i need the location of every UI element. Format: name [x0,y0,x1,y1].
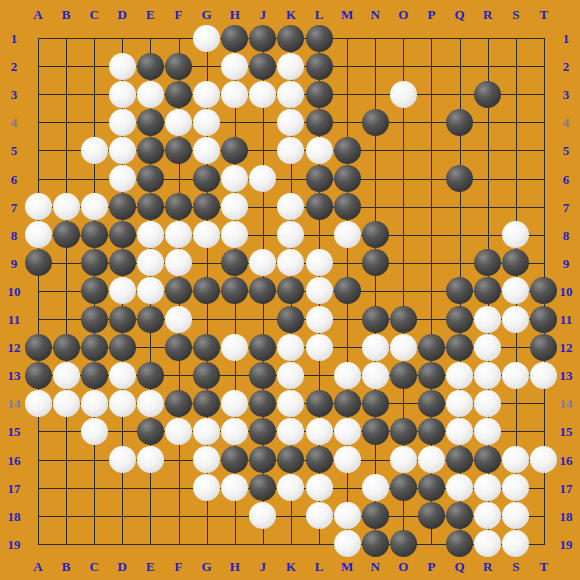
white-stone-R18 [474,502,501,529]
black-stone-G7 [193,193,220,220]
column-label-top: Q [455,8,465,21]
white-stone-D6 [109,165,136,192]
column-label-bottom: Q [455,560,465,573]
white-stone-R12 [474,334,501,361]
white-stone-L11 [306,306,333,333]
black-stone-E6 [137,165,164,192]
white-stone-R19 [474,530,501,557]
black-stone-M10 [334,277,361,304]
black-stone-E7 [137,193,164,220]
white-stone-T16 [530,446,557,473]
black-stone-E11 [137,306,164,333]
black-stone-E2 [137,53,164,80]
black-stone-P17 [418,474,445,501]
black-stone-C12 [81,334,108,361]
white-stone-E3 [137,81,164,108]
white-stone-H6 [221,165,248,192]
black-stone-E13 [137,362,164,389]
black-stone-P18 [418,502,445,529]
column-label-top: A [33,8,42,21]
white-stone-F11 [165,306,192,333]
white-stone-S10 [502,277,529,304]
column-label-bottom: L [315,560,324,573]
white-stone-H8 [221,221,248,248]
black-stone-C13 [81,362,108,389]
column-label-top: M [341,8,353,21]
black-stone-R3 [474,81,501,108]
black-stone-C8 [81,221,108,248]
white-stone-B7 [53,193,80,220]
white-stone-E9 [137,249,164,276]
white-stone-M18 [334,502,361,529]
go-app-window: AABBCCDDEEFFGGHHJJKKLLMMNNOOPPQQRRSSTT11… [0,0,580,580]
white-stone-F4 [165,109,192,136]
column-label-bottom: S [512,560,519,573]
white-stone-S19 [502,530,529,557]
white-stone-K17 [277,474,304,501]
column-label-bottom: J [260,560,267,573]
black-stone-O11 [390,306,417,333]
black-stone-J12 [249,334,276,361]
black-stone-F14 [165,390,192,417]
white-stone-Q17 [446,474,473,501]
black-stone-L1 [306,25,333,52]
white-stone-G17 [193,474,220,501]
white-stone-J3 [249,81,276,108]
black-stone-B12 [53,334,80,361]
white-stone-G15 [193,418,220,445]
column-label-bottom: F [175,560,183,573]
black-stone-E4 [137,109,164,136]
white-stone-G1 [193,25,220,52]
black-stone-J10 [249,277,276,304]
column-label-top: L [315,8,324,21]
column-label-bottom: P [427,560,435,573]
black-stone-K10 [277,277,304,304]
white-stone-F15 [165,418,192,445]
black-stone-D7 [109,193,136,220]
black-stone-L6 [306,165,333,192]
white-stone-L18 [306,502,333,529]
black-stone-R9 [474,249,501,276]
black-stone-H10 [221,277,248,304]
column-label-top: T [540,8,549,21]
black-stone-E15 [137,418,164,445]
white-stone-M15 [334,418,361,445]
white-stone-T13 [530,362,557,389]
black-stone-N4 [362,109,389,136]
black-stone-H1 [221,25,248,52]
row-label-left: 16 [8,453,21,466]
white-stone-L17 [306,474,333,501]
black-stone-O13 [390,362,417,389]
white-stone-B13 [53,362,80,389]
row-label-left: 19 [8,537,21,550]
white-stone-D4 [109,109,136,136]
black-stone-D12 [109,334,136,361]
white-stone-H14 [221,390,248,417]
black-stone-J16 [249,446,276,473]
column-label-top: F [175,8,183,21]
white-stone-G3 [193,81,220,108]
black-stone-Q4 [446,109,473,136]
row-label-left: 2 [11,60,18,73]
black-stone-N14 [362,390,389,417]
black-stone-M14 [334,390,361,417]
white-stone-E16 [137,446,164,473]
row-label-left: 14 [8,397,21,410]
row-label-right: 7 [563,200,570,213]
column-label-top: D [118,8,127,21]
white-stone-G4 [193,109,220,136]
black-stone-M6 [334,165,361,192]
white-stone-L15 [306,418,333,445]
black-stone-J13 [249,362,276,389]
black-stone-J14 [249,390,276,417]
row-label-left: 8 [11,228,18,241]
black-stone-G14 [193,390,220,417]
white-stone-O3 [390,81,417,108]
white-stone-S17 [502,474,529,501]
row-label-left: 3 [11,88,18,101]
row-label-left: 12 [8,341,21,354]
black-stone-Q19 [446,530,473,557]
white-stone-K2 [277,53,304,80]
white-stone-F9 [165,249,192,276]
column-label-top: E [146,8,155,21]
row-label-right: 12 [560,341,573,354]
column-label-top: H [230,8,240,21]
black-stone-J2 [249,53,276,80]
black-stone-Q10 [446,277,473,304]
black-stone-O15 [390,418,417,445]
black-stone-K11 [277,306,304,333]
row-label-left: 4 [11,116,18,129]
row-label-left: 10 [8,284,21,297]
black-stone-R10 [474,277,501,304]
white-stone-S8 [502,221,529,248]
white-stone-R14 [474,390,501,417]
white-stone-C5 [81,137,108,164]
black-stone-F10 [165,277,192,304]
go-board[interactable]: AABBCCDDEEFFGGHHJJKKLLMMNNOOPPQQRRSSTT11… [0,0,580,580]
row-label-right: 18 [560,509,573,522]
row-label-left: 5 [11,144,18,157]
black-stone-L4 [306,109,333,136]
row-label-right: 5 [563,144,570,157]
black-stone-Q6 [446,165,473,192]
row-label-left: 18 [8,509,21,522]
white-stone-K3 [277,81,304,108]
white-stone-H3 [221,81,248,108]
white-stone-J6 [249,165,276,192]
white-stone-E10 [137,277,164,304]
white-stone-R13 [474,362,501,389]
black-stone-G6 [193,165,220,192]
white-stone-A8 [25,221,52,248]
white-stone-Q14 [446,390,473,417]
column-label-top: S [512,8,519,21]
black-stone-A9 [25,249,52,276]
black-stone-Q18 [446,502,473,529]
white-stone-N17 [362,474,389,501]
white-stone-A14 [25,390,52,417]
white-stone-K15 [277,418,304,445]
column-label-top: P [427,8,435,21]
white-stone-Q15 [446,418,473,445]
white-stone-A7 [25,193,52,220]
column-label-bottom: A [33,560,42,573]
black-stone-N18 [362,502,389,529]
white-stone-M8 [334,221,361,248]
white-stone-L5 [306,137,333,164]
white-stone-S18 [502,502,529,529]
row-label-right: 2 [563,60,570,73]
white-stone-S13 [502,362,529,389]
white-stone-K9 [277,249,304,276]
black-stone-F12 [165,334,192,361]
white-stone-J9 [249,249,276,276]
white-stone-L9 [306,249,333,276]
black-stone-H16 [221,446,248,473]
column-label-bottom: D [118,560,127,573]
column-label-top: K [286,8,296,21]
black-stone-L2 [306,53,333,80]
white-stone-H2 [221,53,248,80]
column-label-bottom: O [398,560,408,573]
row-label-left: 15 [8,425,21,438]
black-stone-F2 [165,53,192,80]
black-stone-L16 [306,446,333,473]
white-stone-O16 [390,446,417,473]
black-stone-O19 [390,530,417,557]
row-label-right: 13 [560,369,573,382]
column-label-bottom: E [146,560,155,573]
column-label-top: C [90,8,99,21]
black-stone-K16 [277,446,304,473]
white-stone-E8 [137,221,164,248]
black-stone-S9 [502,249,529,276]
black-stone-N8 [362,221,389,248]
black-stone-P14 [418,390,445,417]
black-stone-P12 [418,334,445,361]
white-stone-H12 [221,334,248,361]
black-stone-P15 [418,418,445,445]
white-stone-G8 [193,221,220,248]
black-stone-D8 [109,221,136,248]
black-stone-F5 [165,137,192,164]
black-stone-B8 [53,221,80,248]
white-stone-D13 [109,362,136,389]
column-label-bottom: G [202,560,212,573]
black-stone-G10 [193,277,220,304]
white-stone-D16 [109,446,136,473]
row-label-left: 1 [11,32,18,45]
white-stone-K5 [277,137,304,164]
black-stone-G13 [193,362,220,389]
column-label-top: J [260,8,267,21]
row-label-right: 4 [563,116,570,129]
black-stone-D9 [109,249,136,276]
white-stone-R15 [474,418,501,445]
white-stone-K12 [277,334,304,361]
black-stone-L7 [306,193,333,220]
white-stone-H15 [221,418,248,445]
white-stone-B14 [53,390,80,417]
white-stone-D2 [109,53,136,80]
black-stone-N9 [362,249,389,276]
white-stone-C15 [81,418,108,445]
black-stone-N19 [362,530,389,557]
row-label-right: 3 [563,88,570,101]
white-stone-L10 [306,277,333,304]
black-stone-J17 [249,474,276,501]
row-label-right: 6 [563,172,570,185]
white-stone-L12 [306,334,333,361]
black-stone-H9 [221,249,248,276]
black-stone-Q12 [446,334,473,361]
column-label-bottom: R [483,560,492,573]
row-label-right: 11 [560,313,572,326]
white-stone-R11 [474,306,501,333]
black-stone-L3 [306,81,333,108]
black-stone-J1 [249,25,276,52]
black-stone-A12 [25,334,52,361]
column-label-bottom: K [286,560,296,573]
black-stone-M7 [334,193,361,220]
white-stone-K7 [277,193,304,220]
black-stone-M5 [334,137,361,164]
white-stone-O12 [390,334,417,361]
column-label-top: B [62,8,71,21]
column-label-bottom: C [90,560,99,573]
black-stone-C10 [81,277,108,304]
white-stone-K8 [277,221,304,248]
black-stone-K1 [277,25,304,52]
white-stone-K4 [277,109,304,136]
white-stone-P16 [418,446,445,473]
column-label-top: O [398,8,408,21]
row-label-left: 7 [11,200,18,213]
white-stone-D14 [109,390,136,417]
row-label-left: 13 [8,369,21,382]
black-stone-T11 [530,306,557,333]
black-stone-Q11 [446,306,473,333]
black-stone-A13 [25,362,52,389]
black-stone-P13 [418,362,445,389]
column-label-top: N [371,8,380,21]
black-stone-R16 [474,446,501,473]
white-stone-H7 [221,193,248,220]
black-stone-N15 [362,418,389,445]
row-label-right: 1 [563,32,570,45]
white-stone-D3 [109,81,136,108]
white-stone-F8 [165,221,192,248]
column-label-bottom: B [62,560,71,573]
white-stone-C7 [81,193,108,220]
white-stone-G16 [193,446,220,473]
column-label-bottom: M [341,560,353,573]
white-stone-R17 [474,474,501,501]
white-stone-Q13 [446,362,473,389]
black-stone-D11 [109,306,136,333]
white-stone-N12 [362,334,389,361]
black-stone-T10 [530,277,557,304]
white-stone-S11 [502,306,529,333]
white-stone-S16 [502,446,529,473]
black-stone-L14 [306,390,333,417]
row-label-right: 19 [560,537,573,550]
column-label-bottom: T [540,560,549,573]
white-stone-M13 [334,362,361,389]
white-stone-K13 [277,362,304,389]
black-stone-F7 [165,193,192,220]
column-label-top: R [483,8,492,21]
black-stone-N11 [362,306,389,333]
white-stone-D10 [109,277,136,304]
black-stone-E5 [137,137,164,164]
row-label-left: 6 [11,172,18,185]
white-stone-E14 [137,390,164,417]
row-label-left: 9 [11,256,18,269]
column-label-top: G [202,8,212,21]
black-stone-O17 [390,474,417,501]
row-label-right: 8 [563,228,570,241]
white-stone-M19 [334,530,361,557]
row-label-right: 9 [563,256,570,269]
white-stone-K14 [277,390,304,417]
black-stone-G12 [193,334,220,361]
black-stone-J15 [249,418,276,445]
black-stone-F3 [165,81,192,108]
black-stone-C9 [81,249,108,276]
black-stone-C11 [81,306,108,333]
black-stone-H5 [221,137,248,164]
row-label-right: 14 [560,397,573,410]
black-stone-Q16 [446,446,473,473]
white-stone-G5 [193,137,220,164]
row-label-left: 11 [8,313,20,326]
white-stone-H17 [221,474,248,501]
row-label-right: 16 [560,453,573,466]
white-stone-J18 [249,502,276,529]
column-label-bottom: H [230,560,240,573]
column-label-bottom: N [371,560,380,573]
row-label-right: 17 [560,481,573,494]
white-stone-D5 [109,137,136,164]
row-label-right: 15 [560,425,573,438]
black-stone-T12 [530,334,557,361]
row-label-right: 10 [560,284,573,297]
row-label-left: 17 [8,481,21,494]
white-stone-N13 [362,362,389,389]
white-stone-M16 [334,446,361,473]
white-stone-C14 [81,390,108,417]
